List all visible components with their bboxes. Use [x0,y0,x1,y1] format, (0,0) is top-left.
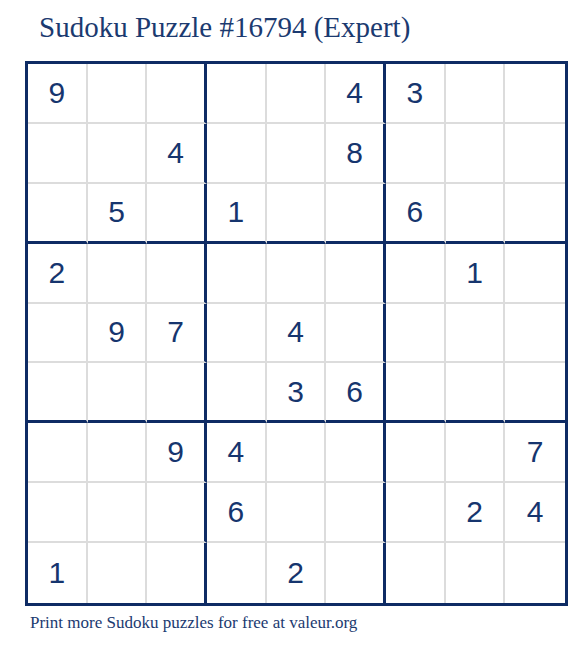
cell-r3c7: 6 [386,184,446,244]
cell-r2c6: 8 [326,124,386,184]
cell-r4c6 [326,244,386,304]
cell-r1c1: 9 [28,64,88,124]
cell-r1c7: 3 [386,64,446,124]
cell-r4c8: 1 [446,244,506,304]
cell-r2c4 [207,124,267,184]
cell-r6c3 [147,363,207,423]
cell-r5c9 [505,304,565,364]
cell-r7c7 [386,423,446,483]
cell-r5c4 [207,304,267,364]
cell-r9c1: 1 [28,543,88,603]
cell-r4c5 [267,244,327,304]
page-title: Sudoku Puzzle #16794 (Expert) [39,11,410,44]
cell-r1c2 [88,64,148,124]
cell-r9c4 [207,543,267,603]
cell-r4c9 [505,244,565,304]
cell-r2c9 [505,124,565,184]
cell-r6c7 [386,363,446,423]
cell-r3c8 [446,184,506,244]
cell-r5c6 [326,304,386,364]
cell-r8c8: 2 [446,483,506,543]
cell-r7c1 [28,423,88,483]
cell-r6c5: 3 [267,363,327,423]
cell-r4c3 [147,244,207,304]
sudoku-board: 94348516219743694762412 [25,61,568,606]
cell-r6c1 [28,363,88,423]
cell-r4c4 [207,244,267,304]
cell-r1c9 [505,64,565,124]
cell-r8c6 [326,483,386,543]
cell-r5c5: 4 [267,304,327,364]
cell-r7c4: 4 [207,423,267,483]
cell-r6c8 [446,363,506,423]
cell-r7c9: 7 [505,423,565,483]
cell-r5c1 [28,304,88,364]
cell-r9c9 [505,543,565,603]
cell-r3c1 [28,184,88,244]
cell-r4c7 [386,244,446,304]
footer-text: Print more Sudoku puzzles for free at va… [30,613,357,633]
cell-r5c8 [446,304,506,364]
cell-r9c2 [88,543,148,603]
cell-r9c8 [446,543,506,603]
cell-r6c2 [88,363,148,423]
cell-r5c3: 7 [147,304,207,364]
cell-r8c2 [88,483,148,543]
cell-r1c4 [207,64,267,124]
cell-r9c5: 2 [267,543,327,603]
cell-r2c3: 4 [147,124,207,184]
cell-r6c6: 6 [326,363,386,423]
cell-r2c5 [267,124,327,184]
cell-r9c3 [147,543,207,603]
cell-r3c6 [326,184,386,244]
cell-r1c6: 4 [326,64,386,124]
cell-r2c8 [446,124,506,184]
cell-r9c6 [326,543,386,603]
cell-r8c4: 6 [207,483,267,543]
cell-r6c4 [207,363,267,423]
cell-r8c9: 4 [505,483,565,543]
cell-r7c5 [267,423,327,483]
cell-r8c5 [267,483,327,543]
cell-r5c7 [386,304,446,364]
cell-r3c2: 5 [88,184,148,244]
cell-r9c7 [386,543,446,603]
cell-r7c8 [446,423,506,483]
cell-r3c5 [267,184,327,244]
cell-r2c7 [386,124,446,184]
cell-r8c3 [147,483,207,543]
cell-r1c8 [446,64,506,124]
cell-r3c4: 1 [207,184,267,244]
cell-r5c2: 9 [88,304,148,364]
cell-r8c1 [28,483,88,543]
cell-r8c7 [386,483,446,543]
cell-r2c2 [88,124,148,184]
cell-r7c2 [88,423,148,483]
cell-r7c3: 9 [147,423,207,483]
cell-r4c2 [88,244,148,304]
cell-r1c3 [147,64,207,124]
cell-r1c5 [267,64,327,124]
cell-r3c3 [147,184,207,244]
cell-r4c1: 2 [28,244,88,304]
cell-r7c6 [326,423,386,483]
cell-r2c1 [28,124,88,184]
cell-r6c9 [505,363,565,423]
cell-r3c9 [505,184,565,244]
